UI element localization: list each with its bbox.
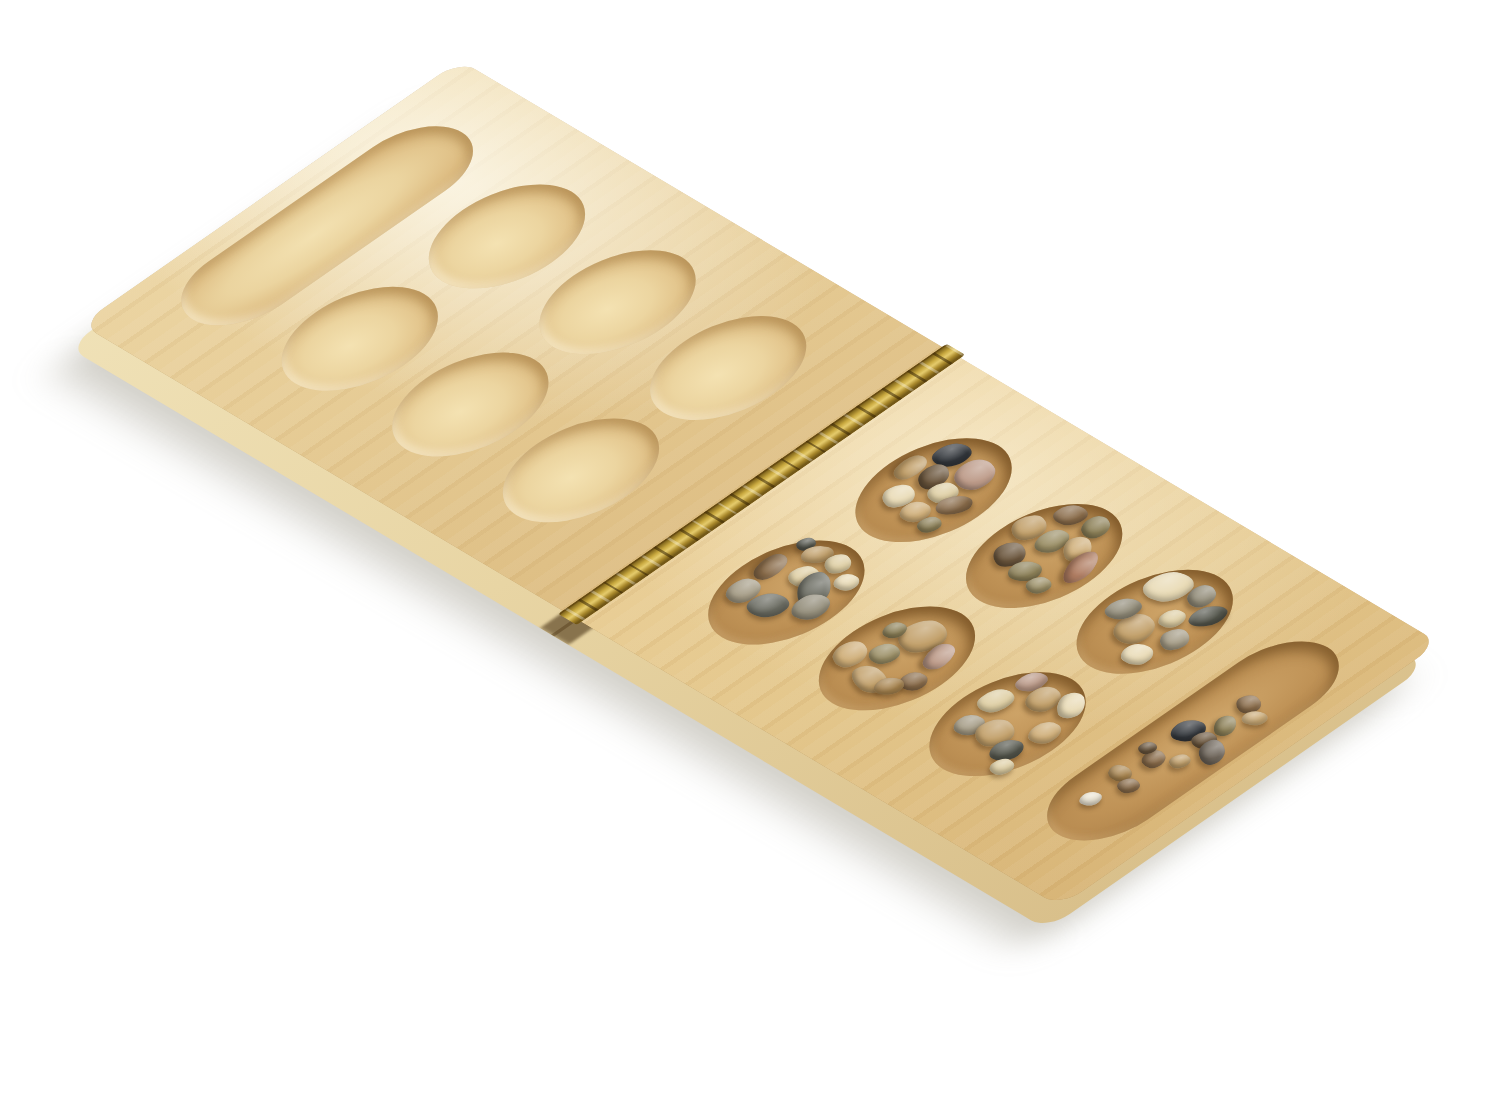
pebble <box>1076 790 1108 808</box>
pebble <box>1155 625 1195 655</box>
pebble <box>1115 640 1160 669</box>
pebble <box>1153 606 1191 631</box>
pebble <box>1165 751 1195 771</box>
pebble <box>1021 718 1067 748</box>
pebble <box>970 685 1021 715</box>
pebble <box>1213 712 1238 739</box>
mancala-board-photo <box>0 0 1500 1116</box>
